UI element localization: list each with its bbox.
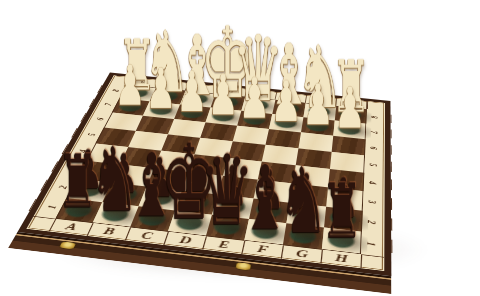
piece-white-pawn: ♟ — [145, 61, 176, 117]
product-photo: ABCDEFGH8♜♞♝♚♛♝♞♜87♟♟♟♟♟♟♟♟7665544332♟♟♟… — [0, 0, 480, 296]
piece-white-pawn: ♟ — [302, 76, 333, 132]
piece-white-pawn: ♟ — [208, 67, 239, 123]
file-label-b-front: B — [87, 223, 131, 240]
brass-clasp-icon — [236, 262, 251, 270]
chess-board: ABCDEFGH8♜♞♝♚♛♝♞♜87♟♟♟♟♟♟♟♟7665544332♟♟♟… — [18, 73, 392, 277]
file-label-f-front: F — [241, 241, 283, 259]
piece-black-rook: ♜ — [321, 174, 363, 249]
perspective-scene: ABCDEFGH8♜♞♝♚♛♝♞♜87♟♟♟♟♟♟♟♟7665544332♟♟♟… — [0, 0, 480, 296]
piece-white-pawn: ♟ — [115, 58, 146, 113]
piece-white-pawn: ♟ — [270, 73, 301, 129]
brass-clasp-icon — [59, 242, 76, 250]
square-g1: ♞ — [283, 223, 324, 250]
square-e7: ♟ — [237, 111, 272, 129]
file-label-h-front: H — [320, 250, 361, 269]
piece-white-pawn: ♟ — [334, 79, 365, 136]
file-label-d-front: D — [163, 232, 206, 250]
file-label-a-front: A — [49, 219, 93, 236]
square-c7: ♟ — [174, 104, 210, 122]
piece-white-pawn: ♟ — [239, 70, 270, 126]
square-h1: ♜ — [322, 227, 362, 254]
border-corner — [360, 254, 384, 271]
piece-white-pawn: ♟ — [176, 64, 207, 120]
